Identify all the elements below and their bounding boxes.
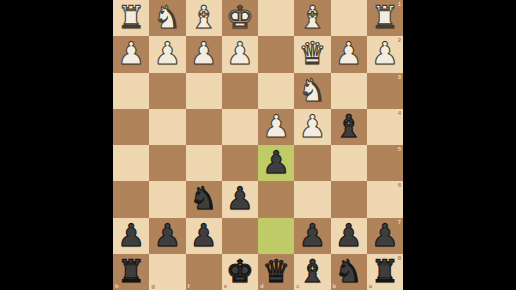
- square-f6[interactable]: ♞: [186, 181, 222, 217]
- square-b2[interactable]: ♟: [331, 36, 367, 72]
- square-g6[interactable]: [149, 181, 185, 217]
- square-f5[interactable]: [186, 145, 222, 181]
- square-f8[interactable]: f: [186, 254, 222, 290]
- square-f2[interactable]: ♟: [186, 36, 222, 72]
- piece-black-pawn[interactable]: ♟: [262, 144, 290, 180]
- square-b3[interactable]: [331, 73, 367, 109]
- square-e2[interactable]: ♟: [222, 36, 258, 72]
- square-c8[interactable]: ♝c: [294, 254, 330, 290]
- square-g1[interactable]: ♞: [149, 0, 185, 36]
- piece-black-queen[interactable]: ♛: [262, 253, 290, 289]
- square-g8[interactable]: g: [149, 254, 185, 290]
- piece-black-pawn[interactable]: ♟: [226, 180, 254, 216]
- square-e4[interactable]: [222, 109, 258, 145]
- piece-white-knight[interactable]: ♞: [298, 72, 326, 108]
- square-c6[interactable]: [294, 181, 330, 217]
- piece-white-pawn[interactable]: ♟: [117, 35, 145, 71]
- piece-black-rook[interactable]: ♜: [117, 253, 145, 289]
- square-g5[interactable]: [149, 145, 185, 181]
- square-e5[interactable]: [222, 145, 258, 181]
- square-h5[interactable]: [113, 145, 149, 181]
- square-a4[interactable]: 4: [367, 109, 403, 145]
- square-f7[interactable]: ♟: [186, 218, 222, 254]
- square-g3[interactable]: [149, 73, 185, 109]
- piece-white-pawn[interactable]: ♟: [335, 35, 363, 71]
- square-g7[interactable]: ♟: [149, 218, 185, 254]
- piece-white-pawn[interactable]: ♟: [190, 35, 218, 71]
- square-d4[interactable]: ♟: [258, 109, 294, 145]
- piece-white-rook[interactable]: ♜: [117, 0, 145, 35]
- rank-label-5: 5: [398, 146, 401, 152]
- square-d6[interactable]: [258, 181, 294, 217]
- square-e1[interactable]: ♚: [222, 0, 258, 36]
- piece-black-pawn[interactable]: ♟: [298, 217, 326, 253]
- piece-white-king[interactable]: ♚: [226, 0, 254, 35]
- square-c3[interactable]: ♞: [294, 73, 330, 109]
- square-e7[interactable]: [222, 218, 258, 254]
- piece-black-pawn[interactable]: ♟: [371, 217, 399, 253]
- square-e6[interactable]: ♟: [222, 181, 258, 217]
- piece-black-knight[interactable]: ♞: [190, 180, 218, 216]
- file-label-g: g: [151, 283, 155, 289]
- square-g4[interactable]: [149, 109, 185, 145]
- piece-white-pawn[interactable]: ♟: [371, 35, 399, 71]
- square-h6[interactable]: [113, 181, 149, 217]
- square-a6[interactable]: 6: [367, 181, 403, 217]
- square-c4[interactable]: ♟: [294, 109, 330, 145]
- rank-label-3: 3: [398, 74, 401, 80]
- piece-white-queen[interactable]: ♛: [298, 35, 326, 71]
- piece-white-pawn[interactable]: ♟: [153, 35, 181, 71]
- rank-label-4: 4: [398, 110, 401, 116]
- letterbox-left: [0, 0, 113, 290]
- square-b6[interactable]: [331, 181, 367, 217]
- piece-white-bishop[interactable]: ♝: [298, 0, 326, 35]
- square-b4[interactable]: ♝: [331, 109, 367, 145]
- piece-black-king[interactable]: ♚: [226, 253, 254, 289]
- letterbox-right: [403, 0, 516, 290]
- piece-black-pawn[interactable]: ♟: [117, 217, 145, 253]
- square-b7[interactable]: ♟: [331, 218, 367, 254]
- piece-black-pawn[interactable]: ♟: [335, 217, 363, 253]
- chess-board[interactable]: ♜♞♝♚♝♜1♟♟♟♟♛♟♟2♞3♟♟♝4♟5♞♟6♟♟♟♟♟♟7♜hgf♚e♛…: [113, 0, 403, 290]
- square-f3[interactable]: [186, 73, 222, 109]
- square-e8[interactable]: ♚e: [222, 254, 258, 290]
- square-h7[interactable]: ♟: [113, 218, 149, 254]
- square-h8[interactable]: ♜h: [113, 254, 149, 290]
- piece-white-pawn[interactable]: ♟: [298, 108, 326, 144]
- square-a7[interactable]: ♟7: [367, 218, 403, 254]
- square-c5[interactable]: [294, 145, 330, 181]
- square-e3[interactable]: [222, 73, 258, 109]
- piece-black-rook[interactable]: ♜: [371, 253, 399, 289]
- square-d8[interactable]: ♛d: [258, 254, 294, 290]
- piece-white-pawn[interactable]: ♟: [226, 35, 254, 71]
- square-d5[interactable]: ♟: [258, 145, 294, 181]
- piece-black-pawn[interactable]: ♟: [190, 217, 218, 253]
- piece-white-rook[interactable]: ♜: [371, 0, 399, 35]
- piece-white-knight[interactable]: ♞: [153, 0, 181, 35]
- square-d7[interactable]: [258, 218, 294, 254]
- piece-black-bishop[interactable]: ♝: [335, 108, 363, 144]
- square-h3[interactable]: [113, 73, 149, 109]
- piece-black-knight[interactable]: ♞: [335, 253, 363, 289]
- square-f4[interactable]: [186, 109, 222, 145]
- square-a1[interactable]: ♜1: [367, 0, 403, 36]
- square-d3[interactable]: [258, 73, 294, 109]
- piece-black-pawn[interactable]: ♟: [153, 217, 181, 253]
- square-h1[interactable]: ♜: [113, 0, 149, 36]
- rank-label-6: 6: [398, 182, 401, 188]
- piece-white-pawn[interactable]: ♟: [262, 108, 290, 144]
- square-a5[interactable]: 5: [367, 145, 403, 181]
- piece-black-bishop[interactable]: ♝: [298, 253, 326, 289]
- square-d2[interactable]: [258, 36, 294, 72]
- square-g2[interactable]: ♟: [149, 36, 185, 72]
- square-c2[interactable]: ♛: [294, 36, 330, 72]
- square-a3[interactable]: 3: [367, 73, 403, 109]
- square-d1[interactable]: [258, 0, 294, 36]
- video-frame: ♜♞♝♚♝♜1♟♟♟♟♛♟♟2♞3♟♟♝4♟5♞♟6♟♟♟♟♟♟7♜hgf♚e♛…: [0, 0, 516, 290]
- square-c7[interactable]: ♟: [294, 218, 330, 254]
- square-c1[interactable]: ♝: [294, 0, 330, 36]
- square-b8[interactable]: ♞b: [331, 254, 367, 290]
- square-a8[interactable]: ♜8a: [367, 254, 403, 290]
- square-h4[interactable]: [113, 109, 149, 145]
- square-f1[interactable]: ♝: [186, 0, 222, 36]
- piece-white-bishop[interactable]: ♝: [190, 0, 218, 35]
- file-label-f: f: [188, 283, 190, 289]
- square-b5[interactable]: [331, 145, 367, 181]
- square-a2[interactable]: ♟2: [367, 36, 403, 72]
- square-b1[interactable]: [331, 0, 367, 36]
- square-h2[interactable]: ♟: [113, 36, 149, 72]
